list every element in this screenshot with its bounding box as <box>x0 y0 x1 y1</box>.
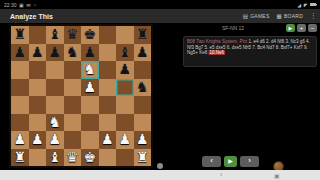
android-nav-bar: ‹ ▣ <box>0 170 320 180</box>
autoplay-button[interactable]: ▶ <box>224 156 237 167</box>
white-pawn-c2[interactable]: ♟ <box>46 131 64 149</box>
square-h2[interactable]: ♟ <box>134 131 152 149</box>
white-queen-d1[interactable]: ♛ <box>64 149 82 167</box>
zoom-out-button[interactable]: − <box>308 24 317 32</box>
square-g5[interactable] <box>116 79 134 97</box>
square-d4[interactable] <box>64 96 82 114</box>
square-a1[interactable]: ♜ <box>11 149 29 167</box>
square-e2[interactable] <box>81 131 99 149</box>
square-c4[interactable] <box>46 96 64 114</box>
square-h8[interactable]: ♜ <box>134 26 152 44</box>
white-king-e1[interactable]: ♚ <box>81 149 99 167</box>
square-a5[interactable] <box>11 79 29 97</box>
wifi-icon: ◤ <box>304 2 308 8</box>
square-e1[interactable]: ♚ <box>81 149 99 167</box>
square-f1[interactable] <box>99 149 117 167</box>
square-c8[interactable]: ♝ <box>46 26 64 44</box>
white-bishop-c1[interactable]: ♝ <box>46 149 64 167</box>
white-pawn-h2[interactable]: ♟ <box>134 131 152 149</box>
games-icon: ▤ <box>242 13 247 20</box>
black-pawn-c7[interactable]: ♟ <box>46 44 64 62</box>
white-knight-c3[interactable]: ♞ <box>46 114 64 132</box>
square-f8[interactable] <box>99 26 117 44</box>
square-e8[interactable]: ♚ <box>81 26 99 44</box>
square-b6[interactable] <box>29 61 47 79</box>
square-e6[interactable]: ♞ <box>81 61 99 79</box>
square-b4[interactable] <box>29 96 47 114</box>
square-e7[interactable]: ♟ <box>81 44 99 62</box>
square-h7[interactable]: ♟ <box>134 44 152 62</box>
board-button-label: BOARD <box>283 13 302 19</box>
black-knight-d7[interactable]: ♞ <box>64 44 82 62</box>
square-g3[interactable] <box>116 114 134 132</box>
white-pawn-f2[interactable]: ♟ <box>99 131 117 149</box>
signal-icon: ◢ <box>297 2 301 8</box>
black-pawn-h7[interactable]: ♟ <box>134 44 152 62</box>
square-b3[interactable] <box>29 114 47 132</box>
android-back-icon[interactable]: ‹ <box>220 171 222 178</box>
square-d3[interactable] <box>64 114 82 132</box>
prev-move-button[interactable]: ‹ <box>202 156 221 167</box>
square-g7[interactable]: ♝ <box>116 44 134 62</box>
notification-icon-3: ◔ <box>33 2 36 8</box>
black-bishop-c8[interactable]: ♝ <box>46 26 64 44</box>
black-king-e8[interactable]: ♚ <box>81 26 99 44</box>
square-c3[interactable]: ♞ <box>46 114 64 132</box>
square-f4[interactable] <box>99 96 117 114</box>
square-b1[interactable] <box>29 149 47 167</box>
square-a8[interactable]: ♜ <box>11 26 29 44</box>
square-f5[interactable] <box>99 79 117 97</box>
square-d6[interactable] <box>64 61 82 79</box>
black-pawn-e7[interactable]: ♟ <box>81 44 99 62</box>
panel-resize-handle[interactable] <box>157 163 163 169</box>
square-c7[interactable]: ♟ <box>46 44 64 62</box>
square-e5[interactable]: ♟ <box>81 79 99 97</box>
square-c1[interactable]: ♝ <box>46 149 64 167</box>
square-g2[interactable]: ♟ <box>116 131 134 149</box>
square-c5[interactable] <box>46 79 64 97</box>
square-h5[interactable]: ♞ <box>134 79 152 97</box>
black-rook-h8[interactable]: ♜ <box>134 26 152 44</box>
black-queen-d8[interactable]: ♛ <box>64 26 82 44</box>
engine-play-button[interactable]: ▶ <box>286 24 295 32</box>
square-f7[interactable] <box>99 44 117 62</box>
android-app-icon[interactable]: ▣ <box>274 172 280 179</box>
square-b2[interactable]: ♟ <box>29 131 47 149</box>
black-pawn-g6[interactable]: ♟ <box>116 61 134 79</box>
screen: 22:30 ▣ ✉ ◔ ◢ ◤ Analyze This ▤ GAMES ▦ B… <box>0 0 320 180</box>
notification-icon-2: ✉ <box>26 2 30 8</box>
current-move-chip[interactable]: 10.Ne6 <box>208 50 225 55</box>
games-button[interactable]: ▤ GAMES <box>242 13 269 20</box>
games-button-label: GAMES <box>250 13 269 19</box>
black-pawn-b7[interactable]: ♟ <box>29 44 47 62</box>
square-g4[interactable] <box>116 96 134 114</box>
board-button[interactable]: ▦ BOARD <box>276 13 302 20</box>
chess-board[interactable]: ♜♝♛♚♜♟♟♟♞♟♝♟♞♟♟♞♞♟♟♟♟♟♟♜♝♛♚♜ <box>11 26 151 166</box>
square-h6[interactable] <box>134 61 152 79</box>
square-g1[interactable] <box>116 149 134 167</box>
square-a4[interactable] <box>11 96 29 114</box>
square-f6[interactable] <box>99 61 117 79</box>
square-c2[interactable]: ♟ <box>46 131 64 149</box>
square-a6[interactable] <box>11 61 29 79</box>
move-list-panel[interactable]: ⋮ B08 Two Knights System, Pirc 1. e4 d6 … <box>183 36 317 67</box>
square-b5[interactable] <box>29 79 47 97</box>
white-pawn-e5[interactable]: ♟ <box>81 79 99 97</box>
square-d2[interactable] <box>64 131 82 149</box>
notification-icon-1: ▣ <box>19 2 24 8</box>
clock: 22:30 <box>4 2 17 8</box>
zoom-in-button[interactable]: + <box>297 24 306 32</box>
engine-strip: SF-NN 12 <box>183 23 283 34</box>
square-b8[interactable] <box>29 26 47 44</box>
square-e4[interactable] <box>81 96 99 114</box>
black-pawn-a7[interactable]: ♟ <box>11 44 29 62</box>
opening-name: B08 Two Knights System, Pirc <box>187 39 247 44</box>
white-rook-a1[interactable]: ♜ <box>11 149 29 167</box>
white-rook-h1[interactable]: ♜ <box>134 149 152 167</box>
square-h4[interactable] <box>134 96 152 114</box>
battery-icon <box>310 3 316 6</box>
status-bar: 22:30 ▣ ✉ ◔ ◢ ◤ <box>0 0 320 9</box>
square-b7[interactable]: ♟ <box>29 44 47 62</box>
square-h3[interactable] <box>134 114 152 132</box>
square-h1[interactable]: ♜ <box>134 149 152 167</box>
board-icon: ▦ <box>276 13 281 20</box>
square-d7[interactable]: ♞ <box>64 44 82 62</box>
white-pawn-b2[interactable]: ♟ <box>29 131 47 149</box>
page-title: Analyze This <box>10 12 53 20</box>
square-f3[interactable] <box>99 114 117 132</box>
engine-label: SF-NN 12 <box>222 25 244 31</box>
white-pawn-g2[interactable]: ♟ <box>116 131 134 149</box>
black-bishop-g7[interactable]: ♝ <box>116 44 134 62</box>
overflow-menu-icon[interactable]: ⋮ <box>310 12 317 20</box>
next-move-button[interactable]: › <box>240 156 259 167</box>
move-nav-bar: ‹ ▶ › <box>202 156 259 167</box>
square-e3[interactable] <box>81 114 99 132</box>
square-g8[interactable] <box>116 26 134 44</box>
black-rook-a8[interactable]: ♜ <box>11 26 29 44</box>
square-d1[interactable]: ♛ <box>64 149 82 167</box>
black-knight-h5[interactable]: ♞ <box>134 79 152 97</box>
app-bar: Analyze This ▤ GAMES ▦ BOARD ⋮ <box>0 9 320 23</box>
square-a3[interactable] <box>11 114 29 132</box>
square-g6[interactable]: ♟ <box>116 61 134 79</box>
white-knight-e6[interactable]: ♞ <box>81 61 99 79</box>
square-a7[interactable]: ♟ <box>11 44 29 62</box>
square-d8[interactable]: ♛ <box>64 26 82 44</box>
square-f2[interactable]: ♟ <box>99 131 117 149</box>
white-pawn-a2[interactable]: ♟ <box>11 131 29 149</box>
square-c6[interactable] <box>46 61 64 79</box>
square-a2[interactable]: ♟ <box>11 131 29 149</box>
square-d5[interactable] <box>64 79 82 97</box>
